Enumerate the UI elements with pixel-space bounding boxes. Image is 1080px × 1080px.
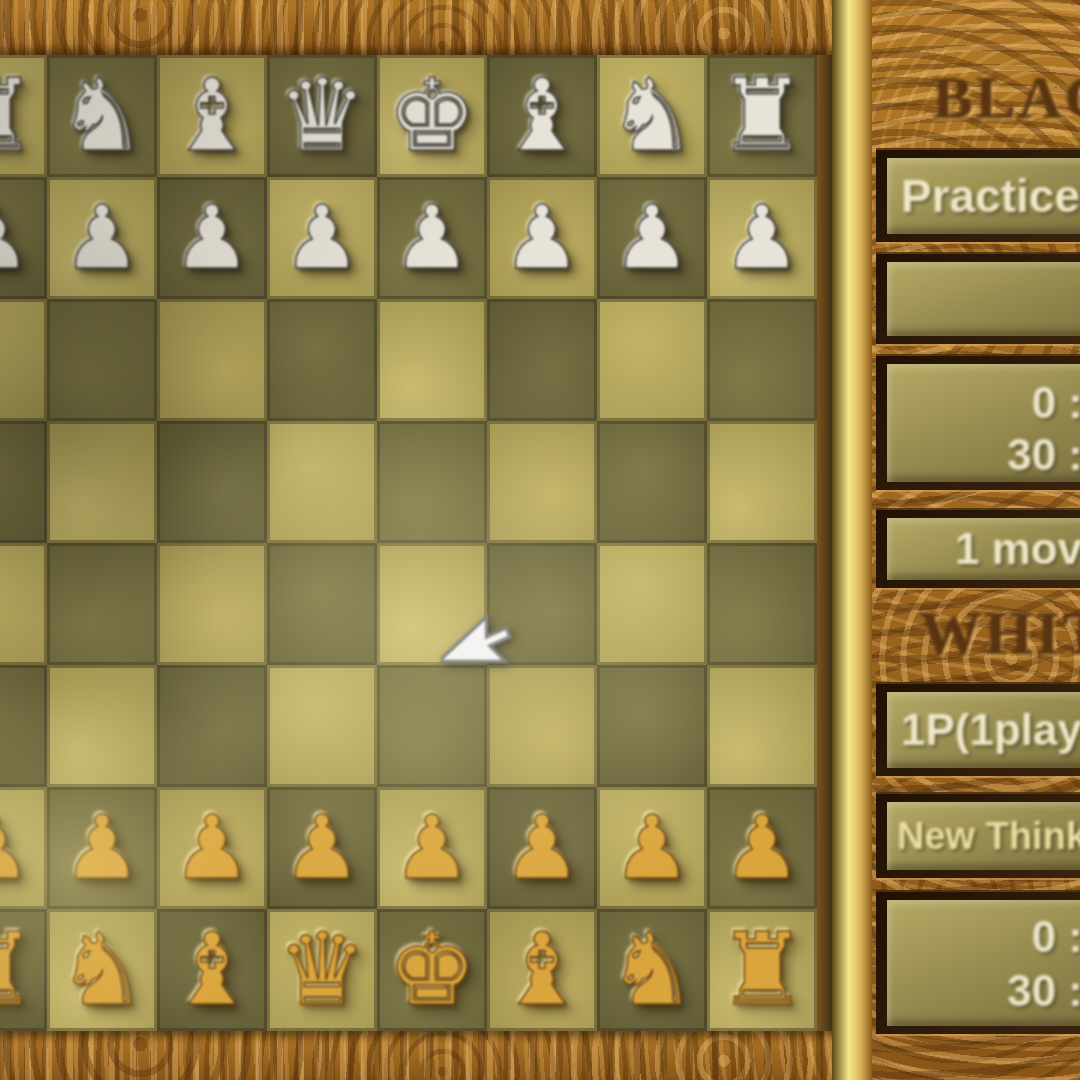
white-pawn[interactable]: ♟ [723,804,802,892]
white-engine-label: New Think [897,815,1080,858]
black-rook[interactable]: ♜ [717,66,807,166]
square-h8[interactable]: ♜ [707,55,817,177]
black-clock-line-2: 30 : [887,430,1080,480]
black-pawn[interactable]: ♟ [63,194,142,282]
white-queen[interactable]: ♛ [277,920,367,1020]
square-a3[interactable] [0,665,47,787]
square-c4[interactable] [157,543,267,665]
square-f2[interactable]: ♟ [487,787,597,909]
black-king[interactable]: ♚ [387,66,477,166]
white-bishop[interactable]: ♝ [497,920,587,1020]
black-knight[interactable]: ♞ [607,66,697,166]
square-g5[interactable] [597,421,707,543]
black-pawn[interactable]: ♟ [393,194,472,282]
square-d6[interactable] [267,299,377,421]
square-b5[interactable] [47,421,157,543]
square-c1[interactable]: ♝ [157,909,267,1031]
black-pawn[interactable]: ♟ [283,194,362,282]
move-count-panel: 1 move [876,510,1080,588]
white-pawn[interactable]: ♟ [0,804,31,892]
square-h3[interactable] [707,665,817,787]
white-pawn[interactable]: ♟ [613,804,692,892]
black-pawn[interactable]: ♟ [503,194,582,282]
square-f5[interactable] [487,421,597,543]
white-clock-panel: 0 : 30 : [876,892,1080,1034]
black-queen[interactable]: ♛ [277,66,367,166]
square-a4[interactable] [0,543,47,665]
square-e7[interactable]: ♟ [377,177,487,299]
square-b4[interactable] [47,543,157,665]
square-b3[interactable] [47,665,157,787]
black-bishop[interactable]: ♝ [497,66,587,166]
white-engine-panel: New Think [876,794,1080,878]
square-a5[interactable] [0,421,47,543]
square-a6[interactable] [0,299,47,421]
square-a1[interactable]: ♜ [0,909,47,1031]
square-h4[interactable] [707,543,817,665]
square-e1[interactable]: ♚ [377,909,487,1031]
white-pawn[interactable]: ♟ [283,804,362,892]
square-c7[interactable]: ♟ [157,177,267,299]
square-b6[interactable] [47,299,157,421]
chess-board: ♜♞♝♛♚♝♞♜♟♟♟♟♟♟♟♟♟♟♟♟♟♟♟♟♜♞♝♛♚♝♞♜ [0,55,817,1031]
white-player-panel: 1P(1player [876,684,1080,776]
square-b7[interactable]: ♟ [47,177,157,299]
square-h5[interactable] [707,421,817,543]
black-empty-panel [876,254,1080,344]
square-c3[interactable] [157,665,267,787]
black-mode-label: Practice [901,169,1080,223]
black-pawn[interactable]: ♟ [173,194,252,282]
square-h1[interactable]: ♜ [707,909,817,1031]
board-right-edge [817,55,832,1031]
square-g4[interactable] [597,543,707,665]
square-g1[interactable]: ♞ [597,909,707,1031]
square-c5[interactable] [157,421,267,543]
white-pawn[interactable]: ♟ [393,804,472,892]
white-player-label: 1P(1player [901,705,1080,755]
black-pawn[interactable]: ♟ [613,194,692,282]
square-f7[interactable]: ♟ [487,177,597,299]
white-bishop[interactable]: ♝ [167,920,257,1020]
square-h6[interactable] [707,299,817,421]
square-d7[interactable]: ♟ [267,177,377,299]
square-g8[interactable]: ♞ [597,55,707,177]
move-count-label: 1 move [955,524,1080,574]
square-d4[interactable] [267,543,377,665]
square-d8[interactable]: ♛ [267,55,377,177]
square-c6[interactable] [157,299,267,421]
square-g2[interactable]: ♟ [597,787,707,909]
black-heading: BLACK [933,64,1080,133]
white-king[interactable]: ♚ [387,920,477,1020]
square-f1[interactable]: ♝ [487,909,597,1031]
square-f6[interactable] [487,299,597,421]
white-rook[interactable]: ♜ [717,920,807,1020]
square-h7[interactable]: ♟ [707,177,817,299]
square-c8[interactable]: ♝ [157,55,267,177]
black-knight[interactable]: ♞ [57,66,147,166]
black-mode-panel: Practice [876,150,1080,242]
square-b1[interactable]: ♞ [47,909,157,1031]
square-d2[interactable]: ♟ [267,787,377,909]
square-e8[interactable]: ♚ [377,55,487,177]
black-pawn[interactable]: ♟ [723,194,802,282]
square-f8[interactable]: ♝ [487,55,597,177]
white-rook[interactable]: ♜ [0,920,37,1020]
square-a7[interactable]: ♟ [0,177,47,299]
square-d1[interactable]: ♛ [267,909,377,1031]
black-pawn[interactable]: ♟ [0,194,31,282]
square-e6[interactable] [377,299,487,421]
black-rook[interactable]: ♜ [0,66,37,166]
white-clock-line-2: 30 : [887,966,1080,1016]
square-e5[interactable] [377,421,487,543]
white-pawn[interactable]: ♟ [173,804,252,892]
square-h2[interactable]: ♟ [707,787,817,909]
square-a2[interactable]: ♟ [0,787,47,909]
black-bishop[interactable]: ♝ [167,66,257,166]
square-d3[interactable] [267,665,377,787]
square-c2[interactable]: ♟ [157,787,267,909]
square-g6[interactable] [597,299,707,421]
square-e2[interactable]: ♟ [377,787,487,909]
white-heading: WHITE [920,598,1080,669]
square-b8[interactable]: ♞ [47,55,157,177]
white-clock-line-1: 0 : [887,912,1080,962]
mouse-cursor-icon [441,600,531,695]
square-g7[interactable]: ♟ [597,177,707,299]
square-d5[interactable] [267,421,377,543]
white-pawn[interactable]: ♟ [503,804,582,892]
white-pawn[interactable]: ♟ [63,804,142,892]
square-a8[interactable]: ♜ [0,55,47,177]
black-clock-panel: 0 : 30 : [876,356,1080,490]
white-knight[interactable]: ♞ [57,920,147,1020]
square-g3[interactable] [597,665,707,787]
frame-gold-ridge [832,0,872,1080]
white-knight[interactable]: ♞ [607,920,697,1020]
black-clock-line-1: 0 : [887,378,1080,428]
square-b2[interactable]: ♟ [47,787,157,909]
